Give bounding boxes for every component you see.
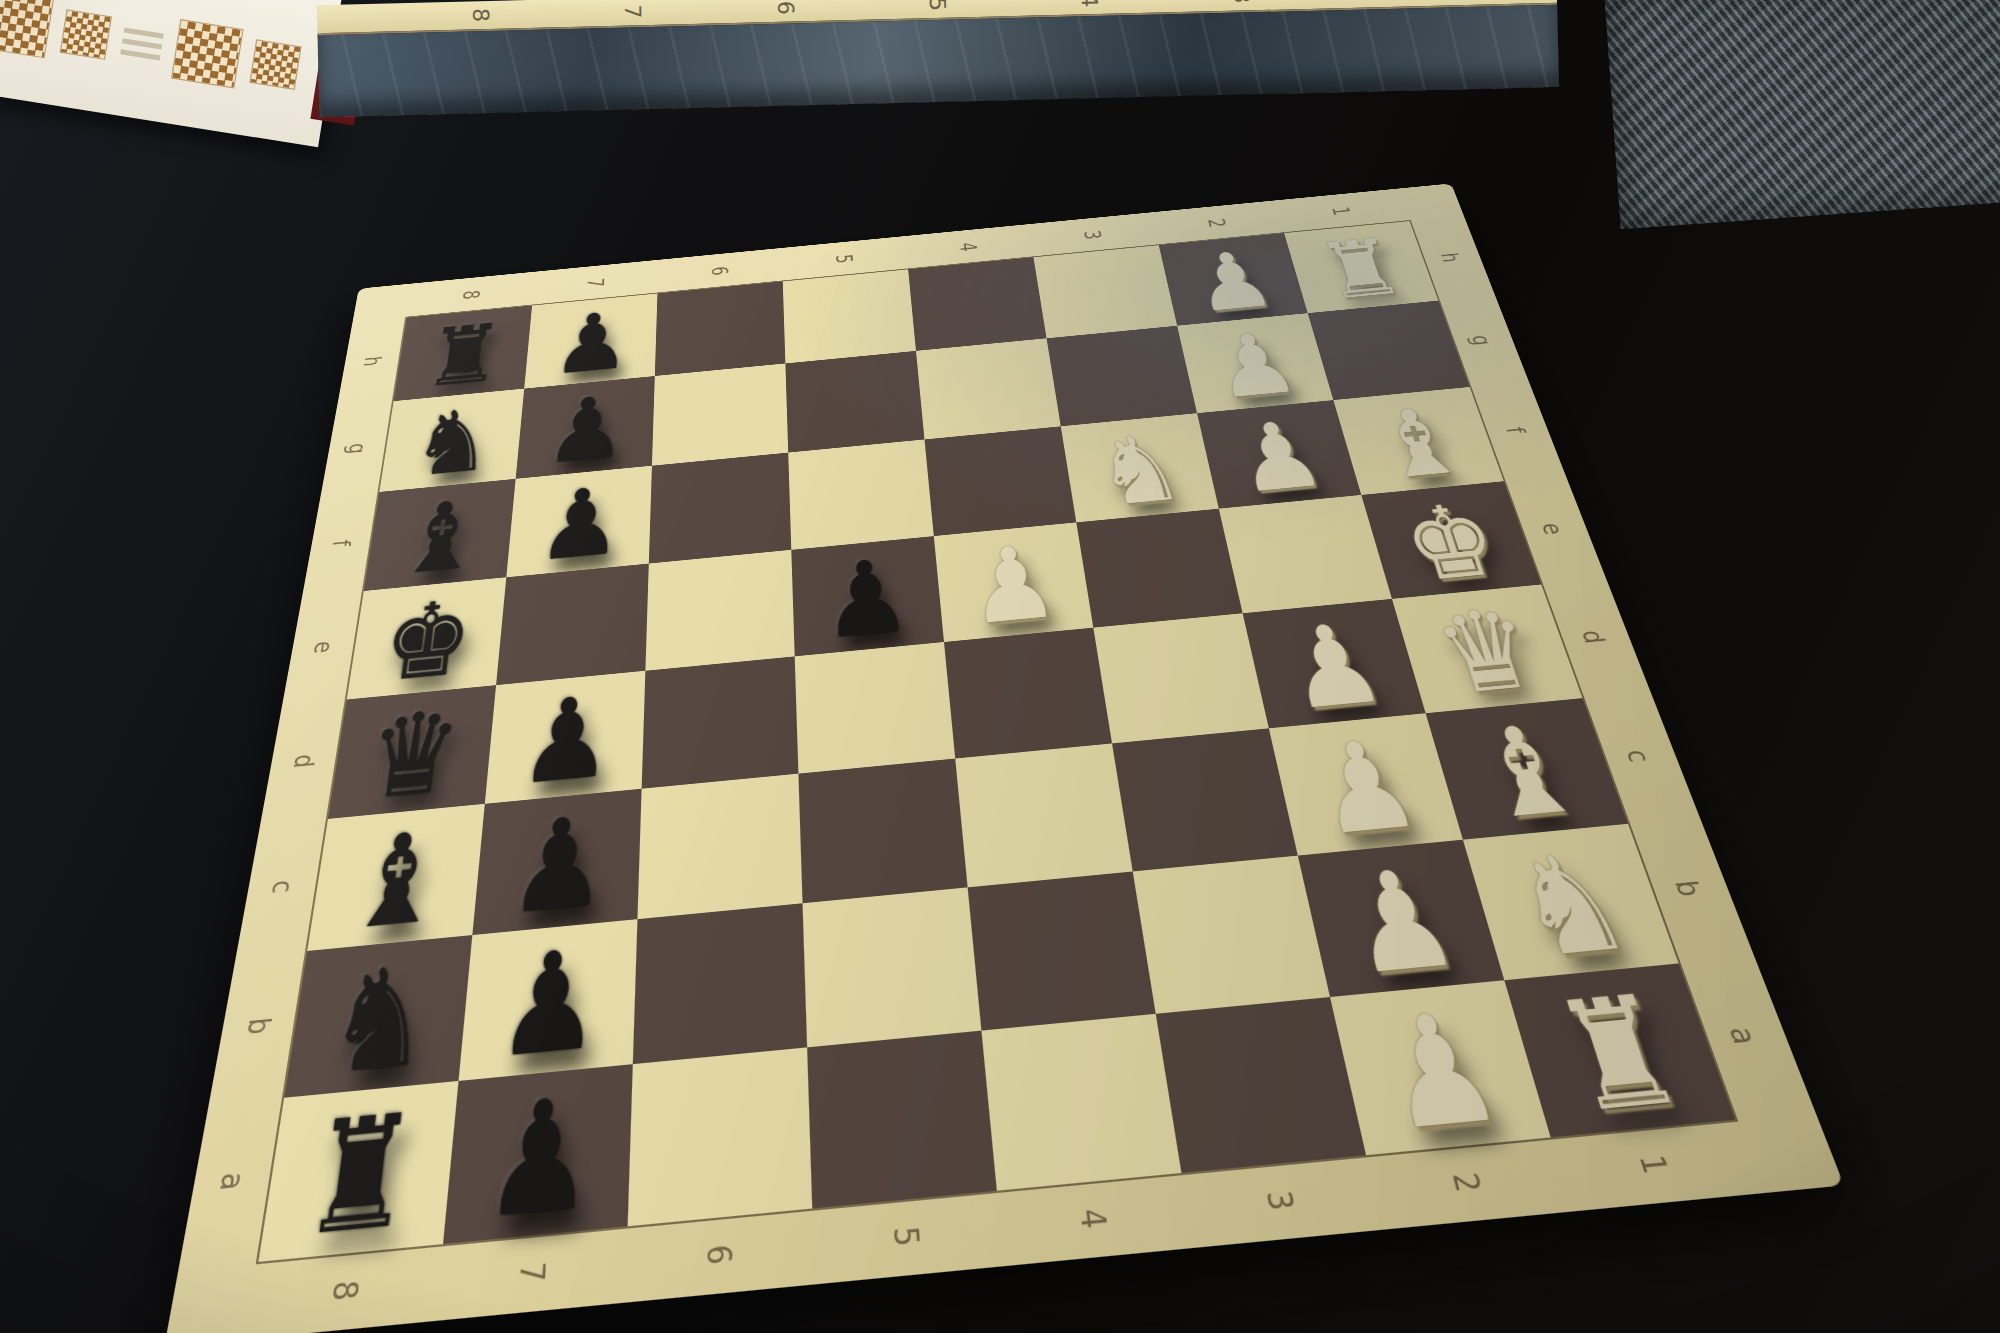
piece-bB-f8: ♝ <box>392 488 487 590</box>
square-e4: ♟ <box>934 522 1094 642</box>
square-c6 <box>637 774 802 920</box>
piece-bP-h7: ♟ <box>550 301 632 387</box>
square-e7 <box>496 564 649 686</box>
square-e5: ♟ <box>791 536 944 656</box>
piece-bR-h8: ♜ <box>420 313 507 399</box>
square-d5 <box>795 642 956 774</box>
second-board-number-8: 8 <box>465 0 497 92</box>
square-g8: ♞ <box>379 389 524 492</box>
square-g6 <box>652 363 788 465</box>
square-f2: ♟ <box>1197 400 1361 509</box>
square-b7: ♟ <box>459 919 638 1081</box>
square-b3 <box>1133 856 1330 1014</box>
square-d4 <box>944 628 1112 759</box>
square-h4 <box>908 257 1046 351</box>
square-f5 <box>788 439 934 549</box>
square-d2: ♟ <box>1243 599 1426 728</box>
piece-wB-c1: ♝ <box>1460 709 1596 838</box>
square-f3: ♞ <box>1061 413 1219 522</box>
second-board-number-5: 5 <box>922 0 954 80</box>
square-a3 <box>1156 997 1366 1173</box>
square-f6 <box>649 453 791 564</box>
piece-bP-a7: ♟ <box>480 1078 597 1243</box>
square-g2: ♟ <box>1177 313 1333 413</box>
square-h7: ♟ <box>524 294 657 389</box>
booklet-diagram-3 <box>171 19 244 88</box>
piece-bP-g7: ♟ <box>543 384 628 477</box>
piece-wP-d2: ♟ <box>1274 609 1394 727</box>
square-g3 <box>1047 326 1198 427</box>
square-e3 <box>1076 509 1242 628</box>
square-h3 <box>1033 245 1177 338</box>
piece-bR-a8: ♜ <box>295 1095 422 1261</box>
woven-placemat <box>1604 0 2000 229</box>
piece-wR-a1: ♜ <box>1542 977 1698 1136</box>
piece-bQ-d8: ♛ <box>359 696 465 818</box>
piece-bP-e5: ♟ <box>820 546 914 655</box>
second-board-number-2: 2 <box>1379 0 1411 69</box>
second-board-edge: 8765432 <box>317 0 1560 123</box>
booklet-text-lines <box>120 27 164 60</box>
square-d8: ♛ <box>328 685 496 819</box>
square-c3 <box>1112 728 1298 871</box>
piece-wP-e4: ♟ <box>963 532 1063 641</box>
second-board-number-4: 4 <box>1074 0 1106 77</box>
piece-wB-f1: ♝ <box>1363 396 1476 494</box>
square-d6 <box>642 656 799 788</box>
square-c2: ♟ <box>1269 713 1463 855</box>
square-e6 <box>645 550 794 671</box>
square-d3 <box>1093 613 1269 743</box>
square-g4 <box>916 338 1061 439</box>
square-b8: ♞ <box>284 935 472 1098</box>
square-f4 <box>924 426 1076 536</box>
square-f7: ♟ <box>506 466 652 578</box>
booklet-diagram-2 <box>60 9 112 60</box>
square-a8: ♜ <box>258 1081 458 1262</box>
square-b2: ♟ <box>1298 840 1505 997</box>
chess-booklet <box>0 0 342 147</box>
piece-wN-b1: ♞ <box>1499 836 1644 979</box>
second-board-number-6: 6 <box>770 0 802 84</box>
square-a7: ♟ <box>443 1064 633 1244</box>
piece-bP-d7: ♟ <box>516 681 615 802</box>
booklet-diagram-4 <box>249 39 301 90</box>
booklet-diagram-1 <box>0 0 54 58</box>
piece-wR-h1: ♜ <box>1311 229 1412 312</box>
piece-wN-f3: ♞ <box>1089 422 1190 521</box>
piece-bP-c7: ♟ <box>505 800 609 934</box>
square-h6 <box>655 281 786 376</box>
piece-bP-f7: ♟ <box>535 475 624 576</box>
piece-bB-c8: ♝ <box>340 815 452 949</box>
square-h2: ♟ <box>1159 233 1308 326</box>
square-a5 <box>807 1031 997 1209</box>
piece-wQ-d1: ♛ <box>1424 595 1551 712</box>
square-c7: ♟ <box>472 789 641 935</box>
square-a4 <box>981 1014 1181 1191</box>
piece-wP-h2: ♟ <box>1185 241 1281 325</box>
piece-bK-e8: ♚ <box>377 587 477 698</box>
piece-bN-g8: ♞ <box>407 397 498 491</box>
square-h8: ♜ <box>394 306 532 402</box>
piece-bN-b8: ♞ <box>319 948 438 1097</box>
square-f8: ♝ <box>364 479 516 591</box>
square-e8: ♚ <box>347 577 507 699</box>
square-c4 <box>955 743 1132 887</box>
square-d7: ♟ <box>485 671 646 804</box>
square-h5 <box>783 269 916 363</box>
second-board-number-3: 3 <box>1227 0 1259 73</box>
square-c5 <box>798 759 967 904</box>
piece-wP-g2: ♟ <box>1205 321 1307 412</box>
square-a6 <box>628 1047 813 1226</box>
piece-wK-e1: ♚ <box>1392 491 1512 598</box>
square-g5 <box>785 351 924 453</box>
main-chessboard: 87654321 87654321 hgfedcba hgfedcba ♜♟♟♜… <box>164 183 1844 1333</box>
square-a2: ♟ <box>1330 980 1551 1155</box>
square-g7: ♟ <box>516 376 655 479</box>
piece-bP-b7: ♟ <box>493 932 603 1080</box>
piece-wP-a2: ♟ <box>1367 994 1514 1154</box>
piece-wP-f2: ♟ <box>1226 409 1333 507</box>
piece-wP-c2: ♟ <box>1302 724 1430 854</box>
square-c8: ♝ <box>307 804 485 951</box>
second-board-number-7: 7 <box>618 0 650 88</box>
